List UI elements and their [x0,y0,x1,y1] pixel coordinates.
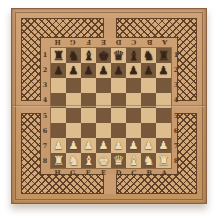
square-d2[interactable]: ♟ [111,63,126,78]
square-a4[interactable] [156,93,171,108]
piece-light-bishop[interactable]: ♝ [83,154,95,167]
square-f7[interactable]: ♟ [81,138,96,153]
piece-light-pawn[interactable]: ♟ [114,140,124,151]
file-labels-top: HGFEDCBA [50,37,172,47]
piece-dark-queen[interactable]: ♛ [113,49,125,62]
square-f8[interactable]: ♝ [81,153,96,168]
piece-dark-king[interactable]: ♚ [98,49,110,62]
square-h5[interactable] [51,108,66,123]
square-f5[interactable] [81,108,96,123]
square-g5[interactable] [66,108,81,123]
square-e2[interactable]: ♟ [96,63,111,78]
square-d5[interactable] [111,108,126,123]
square-g1[interactable]: ♞ [66,48,81,63]
rank-label-right-3: 3 [171,78,181,93]
piece-dark-pawn[interactable]: ♟ [69,65,79,76]
square-b7[interactable]: ♟ [141,138,156,153]
rank-label-left-1: 1 [40,47,50,62]
square-e3[interactable] [96,78,111,93]
file-label-bottom-a: A [157,168,172,178]
chessboard: ♜♞♝♚♛♝♞♜♟♟♟♟♟♟♟♟♟♟♟♟♟♟♟♟♜♞♝♚♛♝♞♜ [50,47,172,169]
piece-light-rook[interactable]: ♜ [158,154,170,167]
square-h1[interactable]: ♜ [51,48,66,63]
piece-light-pawn[interactable]: ♟ [129,140,139,151]
file-label-top-d: D [111,37,126,47]
piece-light-pawn[interactable]: ♟ [69,140,79,151]
piece-dark-rook[interactable]: ♜ [158,49,170,62]
square-c8[interactable]: ♝ [126,153,141,168]
square-d6[interactable] [111,123,126,138]
square-g7[interactable]: ♟ [66,138,81,153]
file-label-top-f: F [81,37,96,47]
square-h4[interactable] [51,93,66,108]
file-label-bottom-c: C [126,168,141,178]
square-b3[interactable] [141,78,156,93]
piece-dark-knight[interactable]: ♞ [68,49,80,62]
rank-label-right-2: 2 [171,62,181,77]
square-b5[interactable] [141,108,156,123]
piece-dark-pawn[interactable]: ♟ [159,65,169,76]
piece-light-pawn[interactable]: ♟ [54,140,64,151]
piece-light-pawn[interactable]: ♟ [159,140,169,151]
piece-dark-bishop[interactable]: ♝ [128,49,140,62]
chess-box-face: HGFEDCBA HGFEDCBA 12345678 12345678 ♜♞♝♚… [11,8,207,204]
square-c2[interactable]: ♟ [126,63,141,78]
square-a8[interactable]: ♜ [156,153,171,168]
file-label-top-g: G [65,37,80,47]
square-e6[interactable] [96,123,111,138]
piece-light-pawn[interactable]: ♟ [99,140,109,151]
piece-light-bishop[interactable]: ♝ [128,154,140,167]
square-g8[interactable]: ♞ [66,153,81,168]
square-e4[interactable] [96,93,111,108]
rank-label-right-6: 6 [171,123,181,138]
file-label-bottom-f: F [81,168,96,178]
file-labels-bottom: HGFEDCBA [50,168,172,178]
piece-dark-pawn[interactable]: ♟ [114,65,124,76]
square-a6[interactable] [156,123,171,138]
square-e5[interactable] [96,108,111,123]
file-label-top-a: A [157,37,172,47]
rank-label-left-6: 6 [40,123,50,138]
rank-label-right-7: 7 [171,139,181,154]
file-label-bottom-d: D [111,168,126,178]
square-a7[interactable]: ♟ [156,138,171,153]
square-b6[interactable] [141,123,156,138]
product-photo: HGFEDCBA HGFEDCBA 12345678 12345678 ♜♞♝♚… [0,0,220,220]
piece-dark-pawn[interactable]: ♟ [144,65,154,76]
piece-light-pawn[interactable]: ♟ [144,140,154,151]
piece-light-king[interactable]: ♚ [98,154,110,167]
square-c6[interactable] [126,123,141,138]
square-g2[interactable]: ♟ [66,63,81,78]
rank-labels-left: 12345678 [40,47,50,169]
square-g4[interactable] [66,93,81,108]
rank-label-left-5: 5 [40,108,50,123]
square-f6[interactable] [81,123,96,138]
file-label-top-b: B [142,37,157,47]
square-f4[interactable] [81,93,96,108]
square-a5[interactable] [156,108,171,123]
square-a2[interactable]: ♟ [156,63,171,78]
rank-label-right-4: 4 [171,93,181,108]
file-label-bottom-b: B [142,168,157,178]
piece-light-knight[interactable]: ♞ [68,154,80,167]
square-e1[interactable]: ♚ [96,48,111,63]
square-c4[interactable] [126,93,141,108]
rank-label-right-8: 8 [171,154,181,169]
square-d8[interactable]: ♛ [111,153,126,168]
piece-dark-pawn[interactable]: ♟ [129,65,139,76]
square-c7[interactable]: ♟ [126,138,141,153]
piece-dark-rook[interactable]: ♜ [53,49,65,62]
piece-light-knight[interactable]: ♞ [143,154,155,167]
square-c5[interactable] [126,108,141,123]
piece-dark-bishop[interactable]: ♝ [83,49,95,62]
rank-label-right-5: 5 [171,108,181,123]
piece-light-pawn[interactable]: ♟ [84,140,94,151]
square-b4[interactable] [141,93,156,108]
square-h3[interactable] [51,78,66,93]
square-g3[interactable] [66,78,81,93]
square-e7[interactable]: ♟ [96,138,111,153]
piece-light-rook[interactable]: ♜ [53,154,65,167]
square-d7[interactable]: ♟ [111,138,126,153]
file-label-bottom-g: G [65,168,80,178]
square-e8[interactable]: ♚ [96,153,111,168]
rank-label-left-4: 4 [40,93,50,108]
piece-dark-pawn[interactable]: ♟ [99,65,109,76]
square-d1[interactable]: ♛ [111,48,126,63]
square-d4[interactable] [111,93,126,108]
piece-dark-knight[interactable]: ♞ [143,49,155,62]
square-c1[interactable]: ♝ [126,48,141,63]
square-f3[interactable] [81,78,96,93]
piece-dark-pawn[interactable]: ♟ [54,65,64,76]
rank-labels-right: 12345678 [171,47,181,169]
piece-light-queen[interactable]: ♛ [113,154,125,167]
file-label-bottom-h: H [50,168,65,178]
file-label-top-c: C [126,37,141,47]
square-f1[interactable]: ♝ [81,48,96,63]
rank-label-left-7: 7 [40,139,50,154]
square-h2[interactable]: ♟ [51,63,66,78]
square-b8[interactable]: ♞ [141,153,156,168]
square-f2[interactable]: ♟ [81,63,96,78]
band-gap-left [21,100,41,114]
rank-label-right-1: 1 [171,47,181,62]
square-d3[interactable] [111,78,126,93]
square-h7[interactable]: ♟ [51,138,66,153]
square-h8[interactable]: ♜ [51,153,66,168]
band-gap-top [103,18,117,38]
square-b2[interactable]: ♟ [141,63,156,78]
square-a1[interactable]: ♜ [156,48,171,63]
rank-label-left-3: 3 [40,78,50,93]
square-h6[interactable] [51,123,66,138]
square-a3[interactable] [156,78,171,93]
square-g6[interactable] [66,123,81,138]
file-label-top-h: H [50,37,65,47]
file-label-bottom-e: E [96,168,111,178]
rank-label-left-2: 2 [40,62,50,77]
square-b1[interactable]: ♞ [141,48,156,63]
square-c3[interactable] [126,78,141,93]
rank-label-left-8: 8 [40,154,50,169]
piece-dark-pawn[interactable]: ♟ [84,65,94,76]
file-label-top-e: E [96,37,111,47]
